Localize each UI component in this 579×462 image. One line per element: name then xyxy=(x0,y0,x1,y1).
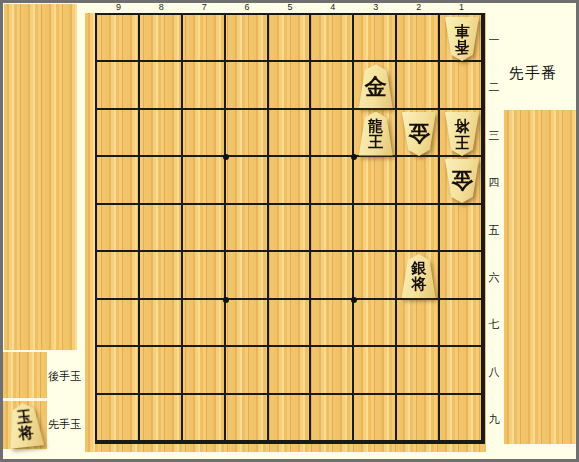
file-label-2: 2 xyxy=(409,2,429,12)
piece-glyph: 金 xyxy=(408,121,430,145)
file-label-6: 6 xyxy=(237,2,257,12)
file-label-1: 1 xyxy=(452,2,472,12)
piece-1四[interactable]: 金 xyxy=(445,159,479,203)
sente-king-tray-label: 先手玉 xyxy=(48,417,88,432)
gote-king-tray xyxy=(3,352,47,398)
file-label-3: 3 xyxy=(366,2,386,12)
sente-piece-stand xyxy=(504,110,576,444)
shogi-board: 香車金龍王金王将金銀将 987654321 一二三四五六七八九 xyxy=(85,13,486,452)
piece-glyph: 車 xyxy=(454,23,469,39)
piece-3二[interactable]: 金 xyxy=(359,64,393,108)
file-label-5: 5 xyxy=(280,2,300,12)
rank-label-4: 四 xyxy=(486,175,502,190)
piece-glyph: 金 xyxy=(365,75,387,99)
sente-king-tray: 玉 将 xyxy=(3,401,47,449)
rank-label-1: 一 xyxy=(486,33,502,48)
piece-2三[interactable]: 金 xyxy=(402,112,436,156)
file-label-4: 4 xyxy=(323,2,343,12)
file-label-8: 8 xyxy=(151,2,171,12)
piece-3三[interactable]: 龍王 xyxy=(359,112,393,156)
rank-label-5: 五 xyxy=(486,223,502,238)
gote-king-tray-label: 後手玉 xyxy=(48,369,88,384)
rank-label-3: 三 xyxy=(486,128,502,143)
turn-indicator: 先手番 xyxy=(509,64,557,83)
rank-label-7: 七 xyxy=(486,317,502,332)
piece-glyph: 将 xyxy=(18,424,35,441)
piece-glyph: 王 xyxy=(368,134,383,150)
piece-glyph: 王 xyxy=(454,134,469,150)
file-label-9: 9 xyxy=(108,2,128,12)
rank-label-2: 二 xyxy=(486,80,502,95)
gote-piece-stand xyxy=(4,4,77,350)
board-pieces: 香車金龍王金王将金銀将 xyxy=(97,15,483,442)
piece-1三[interactable]: 王将 xyxy=(445,112,479,156)
piece-glyph: 金 xyxy=(451,168,473,192)
piece-glyph: 香 xyxy=(454,39,469,55)
file-label-7: 7 xyxy=(194,2,214,12)
piece-glyph: 将 xyxy=(454,118,469,134)
piece-glyph: 将 xyxy=(411,276,426,292)
piece-glyph: 龍 xyxy=(368,118,383,134)
rank-label-9: 九 xyxy=(486,412,502,427)
rank-label-6: 六 xyxy=(486,270,502,285)
shogi-diagram: 玉 将 後手玉 先手玉 香車金龍王金王将金銀将 987654321 一二三四五六… xyxy=(0,0,579,462)
piece-1一[interactable]: 香車 xyxy=(445,17,479,61)
piece-2六[interactable]: 銀将 xyxy=(402,254,436,298)
sente-king-tray-piece[interactable]: 玉 将 xyxy=(6,401,44,448)
rank-label-8: 八 xyxy=(486,365,502,380)
piece-glyph: 銀 xyxy=(411,260,426,276)
